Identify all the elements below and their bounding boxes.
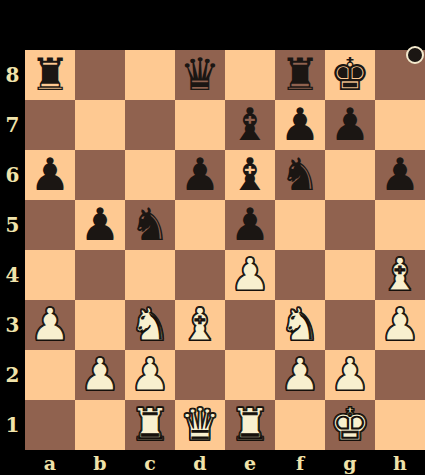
square-b5[interactable]: ♟ — [75, 200, 125, 250]
square-f4[interactable] — [275, 250, 325, 300]
square-c6[interactable] — [125, 150, 175, 200]
square-g6[interactable] — [325, 150, 375, 200]
square-b4[interactable] — [75, 250, 125, 300]
square-d2[interactable] — [175, 350, 225, 400]
square-b8[interactable] — [75, 50, 125, 100]
square-a4[interactable] — [25, 250, 75, 300]
square-e6[interactable]: ♝ — [225, 150, 275, 200]
piece-black-pawn[interactable]: ♟ — [280, 100, 320, 150]
piece-black-knight[interactable]: ♞ — [280, 150, 320, 200]
square-f5[interactable] — [275, 200, 325, 250]
piece-white-pawn[interactable]: ♟ — [230, 250, 270, 300]
rank-labels: 87654321 — [0, 50, 25, 450]
chess-board[interactable]: ♜♛♜♚♝♟♟♟♟♝♞♟♟♞♟♟♝♟♞♝♞♟♟♟♟♟♜♛♜♚ — [25, 50, 425, 450]
piece-white-pawn[interactable]: ♟ — [380, 300, 420, 350]
square-g1[interactable]: ♚ — [325, 400, 375, 450]
square-a2[interactable] — [25, 350, 75, 400]
square-e7[interactable]: ♝ — [225, 100, 275, 150]
piece-white-pawn[interactable]: ♟ — [30, 300, 70, 350]
square-f1[interactable] — [275, 400, 325, 450]
piece-white-bishop[interactable]: ♝ — [380, 250, 420, 300]
square-g4[interactable] — [325, 250, 375, 300]
square-e5[interactable]: ♟ — [225, 200, 275, 250]
rank-label-3: 3 — [0, 300, 25, 350]
square-f6[interactable]: ♞ — [275, 150, 325, 200]
piece-white-queen[interactable]: ♛ — [180, 400, 220, 450]
rank-label-6: 6 — [0, 150, 25, 200]
square-f8[interactable]: ♜ — [275, 50, 325, 100]
square-f2[interactable]: ♟ — [275, 350, 325, 400]
rank-label-4: 4 — [0, 250, 25, 300]
square-a3[interactable]: ♟ — [25, 300, 75, 350]
square-d8[interactable]: ♛ — [175, 50, 225, 100]
file-labels: abcdefgh — [25, 450, 425, 475]
piece-black-bishop[interactable]: ♝ — [230, 150, 270, 200]
square-h2[interactable] — [375, 350, 425, 400]
square-c1[interactable]: ♜ — [125, 400, 175, 450]
piece-black-king[interactable]: ♚ — [330, 50, 370, 100]
square-g5[interactable] — [325, 200, 375, 250]
square-d7[interactable] — [175, 100, 225, 150]
square-e8[interactable] — [225, 50, 275, 100]
square-d5[interactable] — [175, 200, 225, 250]
piece-black-pawn[interactable]: ♟ — [80, 200, 120, 250]
square-a7[interactable] — [25, 100, 75, 150]
square-c3[interactable]: ♞ — [125, 300, 175, 350]
square-g7[interactable]: ♟ — [325, 100, 375, 150]
rank-label-8: 8 — [0, 50, 25, 100]
square-e4[interactable]: ♟ — [225, 250, 275, 300]
square-h7[interactable] — [375, 100, 425, 150]
square-b3[interactable] — [75, 300, 125, 350]
piece-white-pawn[interactable]: ♟ — [330, 350, 370, 400]
square-h3[interactable]: ♟ — [375, 300, 425, 350]
piece-white-pawn[interactable]: ♟ — [80, 350, 120, 400]
file-label-b: b — [75, 450, 125, 475]
rank-label-1: 1 — [0, 400, 25, 450]
piece-black-queen[interactable]: ♛ — [180, 50, 220, 100]
piece-white-king[interactable]: ♚ — [330, 400, 370, 450]
piece-black-pawn[interactable]: ♟ — [230, 200, 270, 250]
piece-black-rook[interactable]: ♜ — [30, 50, 70, 100]
square-b6[interactable] — [75, 150, 125, 200]
piece-black-rook[interactable]: ♜ — [280, 50, 320, 100]
square-a6[interactable]: ♟ — [25, 150, 75, 200]
rank-label-2: 2 — [0, 350, 25, 400]
square-b7[interactable] — [75, 100, 125, 150]
file-label-a: a — [25, 450, 75, 475]
square-b2[interactable]: ♟ — [75, 350, 125, 400]
piece-white-knight[interactable]: ♞ — [280, 300, 320, 350]
rank-label-5: 5 — [0, 200, 25, 250]
chess-diagram: 87654321 ♜♛♜♚♝♟♟♟♟♝♞♟♟♞♟♟♝♟♞♝♞♟♟♟♟♟♜♛♜♚ … — [0, 0, 425, 475]
file-label-d: d — [175, 450, 225, 475]
square-c2[interactable]: ♟ — [125, 350, 175, 400]
file-label-g: g — [325, 450, 375, 475]
square-d4[interactable] — [175, 250, 225, 300]
piece-white-bishop[interactable]: ♝ — [180, 300, 220, 350]
square-h6[interactable]: ♟ — [375, 150, 425, 200]
file-label-f: f — [275, 450, 325, 475]
file-label-c: c — [125, 450, 175, 475]
square-e2[interactable] — [225, 350, 275, 400]
square-g8[interactable]: ♚ — [325, 50, 375, 100]
square-c5[interactable]: ♞ — [125, 200, 175, 250]
piece-black-pawn[interactable]: ♟ — [380, 150, 420, 200]
square-f3[interactable]: ♞ — [275, 300, 325, 350]
square-d6[interactable]: ♟ — [175, 150, 225, 200]
piece-black-knight[interactable]: ♞ — [130, 200, 170, 250]
piece-black-pawn[interactable]: ♟ — [30, 150, 70, 200]
square-a1[interactable] — [25, 400, 75, 450]
piece-white-rook[interactable]: ♜ — [130, 400, 170, 450]
square-d3[interactable]: ♝ — [175, 300, 225, 350]
piece-white-knight[interactable]: ♞ — [130, 300, 170, 350]
piece-black-bishop[interactable]: ♝ — [230, 100, 270, 150]
piece-white-pawn[interactable]: ♟ — [130, 350, 170, 400]
square-f7[interactable]: ♟ — [275, 100, 325, 150]
piece-black-pawn[interactable]: ♟ — [330, 100, 370, 150]
square-h4[interactable]: ♝ — [375, 250, 425, 300]
file-label-e: e — [225, 450, 275, 475]
square-g3[interactable] — [325, 300, 375, 350]
piece-black-pawn[interactable]: ♟ — [180, 150, 220, 200]
square-a8[interactable]: ♜ — [25, 50, 75, 100]
square-e3[interactable] — [225, 300, 275, 350]
square-a5[interactable] — [25, 200, 75, 250]
square-h5[interactable] — [375, 200, 425, 250]
piece-white-rook[interactable]: ♜ — [230, 400, 270, 450]
rank-label-7: 7 — [0, 100, 25, 150]
side-to-move-indicator — [406, 46, 424, 64]
square-h1[interactable] — [375, 400, 425, 450]
square-d1[interactable]: ♛ — [175, 400, 225, 450]
piece-white-pawn[interactable]: ♟ — [280, 350, 320, 400]
square-b1[interactable] — [75, 400, 125, 450]
file-label-h: h — [375, 450, 425, 475]
square-g2[interactable]: ♟ — [325, 350, 375, 400]
square-c4[interactable] — [125, 250, 175, 300]
square-e1[interactable]: ♜ — [225, 400, 275, 450]
square-c8[interactable] — [125, 50, 175, 100]
square-c7[interactable] — [125, 100, 175, 150]
